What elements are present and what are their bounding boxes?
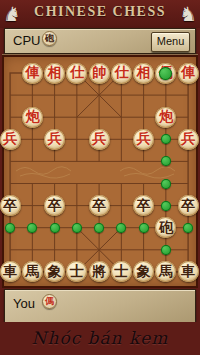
- board-cell[interactable]: 馬: [21, 261, 43, 283]
- board-cell: [0, 84, 21, 106]
- board-cell: [0, 172, 21, 194]
- board-cell: [110, 106, 132, 128]
- board-cell: [44, 150, 66, 172]
- board-cell: [0, 150, 21, 172]
- you-label: You: [13, 296, 35, 311]
- black-soldier-piece[interactable]: 卒: [44, 195, 65, 216]
- black-elephant-piece[interactable]: 象: [44, 261, 65, 282]
- board-cell[interactable]: 卒: [0, 195, 21, 217]
- red-soldier-piece[interactable]: 兵: [133, 129, 154, 150]
- board-cell[interactable]: 砲: [155, 217, 177, 239]
- app-title: CHINESE CHESS: [0, 4, 200, 20]
- red-elephant-piece[interactable]: 相: [133, 63, 154, 84]
- board-cell: [177, 106, 199, 128]
- board-cell: [66, 128, 88, 150]
- board-cell[interactable]: [155, 150, 177, 172]
- board-cell: [88, 106, 110, 128]
- board-cell[interactable]: [155, 239, 177, 261]
- board-cell[interactable]: 兵: [88, 128, 110, 150]
- board-cell: [0, 239, 21, 261]
- board-cell[interactable]: 將: [88, 261, 110, 283]
- you-captured-tray: 傌: [42, 294, 57, 309]
- board-cell[interactable]: 兵: [133, 128, 155, 150]
- black-advisor-piece[interactable]: 士: [111, 261, 132, 282]
- red-soldier-piece[interactable]: 兵: [178, 129, 199, 150]
- red-general-piece[interactable]: 帥: [89, 63, 110, 84]
- cpu-player-bar: CPU 砲 Menu: [4, 28, 196, 54]
- red-advisor-piece[interactable]: 仕: [66, 63, 87, 84]
- board-cell[interactable]: 帥: [88, 62, 110, 84]
- red-cannon-piece[interactable]: 炮: [22, 107, 43, 128]
- board-cell: [21, 84, 43, 106]
- board-cell: [133, 150, 155, 172]
- board-cell: [44, 106, 66, 128]
- move-dot[interactable]: [94, 223, 104, 233]
- move-dot[interactable]: [139, 223, 149, 233]
- title-bar: ♞ CHINESE CHESS ♞: [0, 0, 200, 28]
- captured-red-horse-icon: 傌: [42, 294, 57, 309]
- board-cell[interactable]: 卒: [44, 195, 66, 217]
- board-cell: [66, 84, 88, 106]
- captured-black-cannon-icon: 砲: [42, 31, 57, 46]
- board-cell[interactable]: 卒: [88, 195, 110, 217]
- black-soldier-piece[interactable]: 卒: [133, 195, 154, 216]
- board-cell[interactable]: 車: [0, 261, 21, 283]
- you-player-bar: You 傌: [4, 289, 196, 324]
- chess-knight-icon: ♞: [179, 2, 197, 26]
- board-cell: [66, 106, 88, 128]
- board-cell: [110, 195, 132, 217]
- board-cell: [66, 150, 88, 172]
- red-chariot-piece[interactable]: 俥: [22, 63, 43, 84]
- board-cell: [21, 239, 43, 261]
- move-dot[interactable]: [116, 223, 126, 233]
- board-cell[interactable]: [155, 195, 177, 217]
- board-cell[interactable]: 卒: [133, 195, 155, 217]
- board-cell[interactable]: 俥: [177, 62, 199, 84]
- board-cell[interactable]: [21, 217, 43, 239]
- board-cell: [88, 84, 110, 106]
- move-dot[interactable]: [27, 223, 37, 233]
- board-cell[interactable]: 俥: [21, 62, 43, 84]
- move-dot[interactable]: [5, 223, 15, 233]
- board-cell[interactable]: 仕: [66, 62, 88, 84]
- board-cell[interactable]: 士: [66, 261, 88, 283]
- board-cell: [133, 239, 155, 261]
- board-cell: [177, 239, 199, 261]
- board-cell[interactable]: [66, 217, 88, 239]
- board-cell[interactable]: 象: [133, 261, 155, 283]
- board-cell: [44, 172, 66, 194]
- board-cell: [0, 62, 21, 84]
- move-dot[interactable]: [161, 156, 171, 166]
- black-cannon-piece[interactable]: 砲: [155, 217, 176, 238]
- xiangqi-app: ♞ CHINESE CHESS ♞ CPU 砲 Menu: [0, 0, 200, 355]
- board-cell[interactable]: 士: [110, 261, 132, 283]
- board-cell[interactable]: [88, 217, 110, 239]
- board-cell[interactable]: [110, 217, 132, 239]
- board-cell[interactable]: 車: [177, 261, 199, 283]
- board-cell: [88, 172, 110, 194]
- board-cell: [21, 128, 43, 150]
- board-cell[interactable]: 馬: [155, 261, 177, 283]
- move-dot[interactable]: [161, 179, 171, 189]
- red-soldier-piece[interactable]: 兵: [0, 129, 21, 150]
- red-soldier-piece[interactable]: 兵: [44, 129, 65, 150]
- board-cell[interactable]: 傌: [155, 62, 177, 84]
- board-cell: [0, 106, 21, 128]
- red-soldier-piece[interactable]: 兵: [89, 129, 110, 150]
- board-cell: [177, 172, 199, 194]
- board-cell[interactable]: 兵: [177, 128, 199, 150]
- black-horse-piece[interactable]: 馬: [22, 261, 43, 282]
- black-soldier-piece[interactable]: 卒: [0, 195, 21, 216]
- move-dot[interactable]: [183, 223, 193, 233]
- board-cell: [110, 128, 132, 150]
- board-cell: [155, 84, 177, 106]
- move-dot[interactable]: [161, 201, 171, 211]
- xiangqi-board: 俥相仕帥仕相傌俥炮炮兵兵兵兵兵卒卒卒卒卒砲車馬象士將士象馬車: [2, 55, 198, 288]
- board-cell: [177, 84, 199, 106]
- footer-bar: Nhóc bán kem: [0, 322, 200, 355]
- black-elephant-piece[interactable]: 象: [133, 261, 154, 282]
- board-cell[interactable]: [177, 217, 199, 239]
- board-cell[interactable]: 象: [44, 261, 66, 283]
- board-cell: [66, 195, 88, 217]
- red-cannon-piece[interactable]: 炮: [155, 107, 176, 128]
- board-cell: [21, 172, 43, 194]
- black-chariot-piece[interactable]: 車: [178, 261, 199, 282]
- cpu-label: CPU: [13, 33, 40, 48]
- black-soldier-piece[interactable]: 卒: [178, 195, 199, 216]
- board-cell: [133, 172, 155, 194]
- capture-target-dot[interactable]: [159, 67, 172, 80]
- board-cell[interactable]: 相: [44, 62, 66, 84]
- board-cell: [44, 239, 66, 261]
- board-cell: [110, 150, 132, 172]
- move-dot[interactable]: [161, 245, 171, 255]
- move-dot[interactable]: [72, 223, 82, 233]
- board-cell: [133, 84, 155, 106]
- board-cell[interactable]: [0, 217, 21, 239]
- board-cell: [110, 172, 132, 194]
- board-grid: 俥相仕帥仕相傌俥炮炮兵兵兵兵兵卒卒卒卒卒砲車馬象士將士象馬車: [0, 62, 199, 283]
- move-dot[interactable]: [50, 223, 60, 233]
- black-horse-piece[interactable]: 馬: [155, 261, 176, 282]
- menu-button[interactable]: Menu: [151, 32, 190, 52]
- board-cell: [21, 195, 43, 217]
- player-name: Nhóc bán kem: [0, 328, 200, 348]
- black-chariot-piece[interactable]: 車: [0, 261, 21, 282]
- board-cell[interactable]: [133, 217, 155, 239]
- board-cell[interactable]: 兵: [0, 128, 21, 150]
- board-cell[interactable]: 炮: [21, 106, 43, 128]
- board-cell: [66, 239, 88, 261]
- black-advisor-piece[interactable]: 士: [66, 261, 87, 282]
- board-cell[interactable]: [44, 217, 66, 239]
- board-cell[interactable]: 相: [133, 62, 155, 84]
- board-cell: [110, 84, 132, 106]
- board-cell: [133, 106, 155, 128]
- board-cell[interactable]: 卒: [177, 195, 199, 217]
- board-cell: [88, 150, 110, 172]
- move-dot[interactable]: [161, 134, 171, 144]
- red-advisor-piece[interactable]: 仕: [111, 63, 132, 84]
- red-elephant-piece[interactable]: 相: [44, 63, 65, 84]
- board-cell[interactable]: [155, 172, 177, 194]
- board-cell: [177, 150, 199, 172]
- board-cell: [88, 239, 110, 261]
- board-cell[interactable]: 兵: [44, 128, 66, 150]
- red-chariot-piece[interactable]: 俥: [178, 63, 199, 84]
- black-soldier-piece[interactable]: 卒: [89, 195, 110, 216]
- board-cell: [110, 239, 132, 261]
- board-cell[interactable]: 仕: [110, 62, 132, 84]
- board-cell[interactable]: [155, 128, 177, 150]
- board-cell: [66, 172, 88, 194]
- black-general-piece[interactable]: 將: [89, 261, 110, 282]
- board-cell: [44, 84, 66, 106]
- board-cell: [21, 150, 43, 172]
- cpu-captured-tray: 砲: [42, 31, 57, 46]
- board-cell[interactable]: 炮: [155, 106, 177, 128]
